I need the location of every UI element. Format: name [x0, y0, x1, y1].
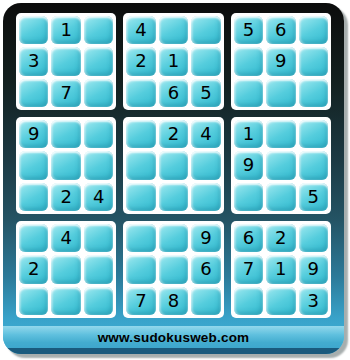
sudoku-cell-empty[interactable]: [234, 287, 263, 315]
sudoku-cell-given: 9: [191, 224, 220, 252]
sudoku-cell-given: 1: [159, 47, 188, 75]
sudoku-cell-empty[interactable]: [299, 151, 328, 179]
sudoku-cell-given: 1: [51, 16, 80, 44]
sudoku-cell-given: 7: [51, 79, 80, 107]
sudoku-cell-given: 7: [126, 287, 155, 315]
sudoku-cell-given: 9: [299, 255, 328, 283]
sudoku-cell-given: 3: [19, 47, 48, 75]
sudoku-box: 24: [123, 117, 223, 214]
sudoku-cell-given: 1: [234, 120, 263, 148]
sudoku-cell-empty[interactable]: [84, 151, 113, 179]
sudoku-cell-empty[interactable]: [191, 47, 220, 75]
sudoku-cell-empty[interactable]: [84, 16, 113, 44]
sudoku-cell-empty[interactable]: [126, 120, 155, 148]
sudoku-box: 137: [16, 13, 116, 110]
sudoku-cell-empty[interactable]: [19, 183, 48, 211]
sudoku-widget: 1374216556992424195429678627193 www.sudo…: [3, 3, 344, 354]
sudoku-cell-empty[interactable]: [159, 255, 188, 283]
sudoku-cell-empty[interactable]: [84, 79, 113, 107]
sudoku-cell-empty[interactable]: [84, 120, 113, 148]
sudoku-cell-empty[interactable]: [191, 151, 220, 179]
sudoku-cell-empty[interactable]: [51, 287, 80, 315]
sudoku-box: 569: [231, 13, 331, 110]
sudoku-box: 627193: [231, 221, 331, 318]
sudoku-cell-empty[interactable]: [159, 224, 188, 252]
sudoku-box: 195: [231, 117, 331, 214]
sudoku-cell-empty[interactable]: [126, 151, 155, 179]
sudoku-cell-empty[interactable]: [84, 224, 113, 252]
sudoku-cell-empty[interactable]: [84, 255, 113, 283]
sudoku-cell-empty[interactable]: [266, 151, 295, 179]
sudoku-cell-given: 7: [234, 255, 263, 283]
sudoku-cell-empty[interactable]: [126, 224, 155, 252]
sudoku-cell-given: 6: [159, 79, 188, 107]
sudoku-cell-empty[interactable]: [19, 287, 48, 315]
sudoku-cell-given: 6: [234, 224, 263, 252]
sudoku-cell-given: 5: [234, 16, 263, 44]
sudoku-cell-empty[interactable]: [84, 47, 113, 75]
sudoku-cell-given: 2: [51, 183, 80, 211]
sudoku-cell-empty[interactable]: [126, 79, 155, 107]
sudoku-box: 42: [16, 221, 116, 318]
sudoku-cell-given: 1: [266, 255, 295, 283]
footer-url[interactable]: www.sudokusweb.com: [98, 330, 250, 345]
sudoku-cell-empty[interactable]: [84, 287, 113, 315]
sudoku-cell-empty[interactable]: [299, 79, 328, 107]
sudoku-cell-empty[interactable]: [19, 224, 48, 252]
sudoku-cell-given: 9: [266, 47, 295, 75]
sudoku-cell-empty[interactable]: [51, 120, 80, 148]
sudoku-cell-given: 2: [126, 47, 155, 75]
sudoku-cell-given: 2: [159, 120, 188, 148]
sudoku-cell-empty[interactable]: [159, 183, 188, 211]
sudoku-cell-given: 9: [19, 120, 48, 148]
sudoku-cell-empty[interactable]: [191, 16, 220, 44]
sudoku-cell-empty[interactable]: [191, 183, 220, 211]
sudoku-cell-given: 4: [84, 183, 113, 211]
sudoku-cell-empty[interactable]: [234, 79, 263, 107]
sudoku-cell-given: 8: [159, 287, 188, 315]
sudoku-cell-given: 4: [191, 120, 220, 148]
sudoku-cell-empty[interactable]: [19, 151, 48, 179]
sudoku-cell-empty[interactable]: [299, 120, 328, 148]
sudoku-cell-given: 5: [299, 183, 328, 211]
footer: www.sudokusweb.com: [3, 326, 344, 354]
sudoku-cell-empty[interactable]: [299, 47, 328, 75]
sudoku-cell-empty[interactable]: [51, 255, 80, 283]
sudoku-cell-given: 2: [266, 224, 295, 252]
sudoku-box: 42165: [123, 13, 223, 110]
sudoku-cell-given: 6: [191, 255, 220, 283]
sudoku-cell-given: 4: [126, 16, 155, 44]
sudoku-cell-given: 4: [51, 224, 80, 252]
sudoku-cell-empty[interactable]: [159, 151, 188, 179]
sudoku-cell-empty[interactable]: [51, 151, 80, 179]
sudoku-cell-empty[interactable]: [266, 120, 295, 148]
sudoku-cell-empty[interactable]: [234, 47, 263, 75]
sudoku-cell-empty[interactable]: [266, 183, 295, 211]
sudoku-box: 9678: [123, 221, 223, 318]
sudoku-cell-empty[interactable]: [126, 183, 155, 211]
sudoku-cell-empty[interactable]: [266, 79, 295, 107]
sudoku-cell-empty[interactable]: [234, 183, 263, 211]
sudoku-cell-empty[interactable]: [19, 79, 48, 107]
sudoku-cell-given: 6: [266, 16, 295, 44]
sudoku-cell-given: 9: [234, 151, 263, 179]
sudoku-cell-given: 3: [299, 287, 328, 315]
sudoku-cell-empty[interactable]: [51, 47, 80, 75]
sudoku-cell-empty[interactable]: [126, 255, 155, 283]
sudoku-cell-empty[interactable]: [299, 16, 328, 44]
sudoku-cell-empty[interactable]: [266, 287, 295, 315]
sudoku-board: 1374216556992424195429678627193: [3, 3, 344, 326]
sudoku-cell-empty[interactable]: [159, 16, 188, 44]
sudoku-cell-empty[interactable]: [19, 16, 48, 44]
sudoku-cell-empty[interactable]: [299, 224, 328, 252]
sudoku-box: 924: [16, 117, 116, 214]
sudoku-cell-given: 2: [19, 255, 48, 283]
sudoku-cell-given: 5: [191, 79, 220, 107]
sudoku-cell-empty[interactable]: [191, 287, 220, 315]
